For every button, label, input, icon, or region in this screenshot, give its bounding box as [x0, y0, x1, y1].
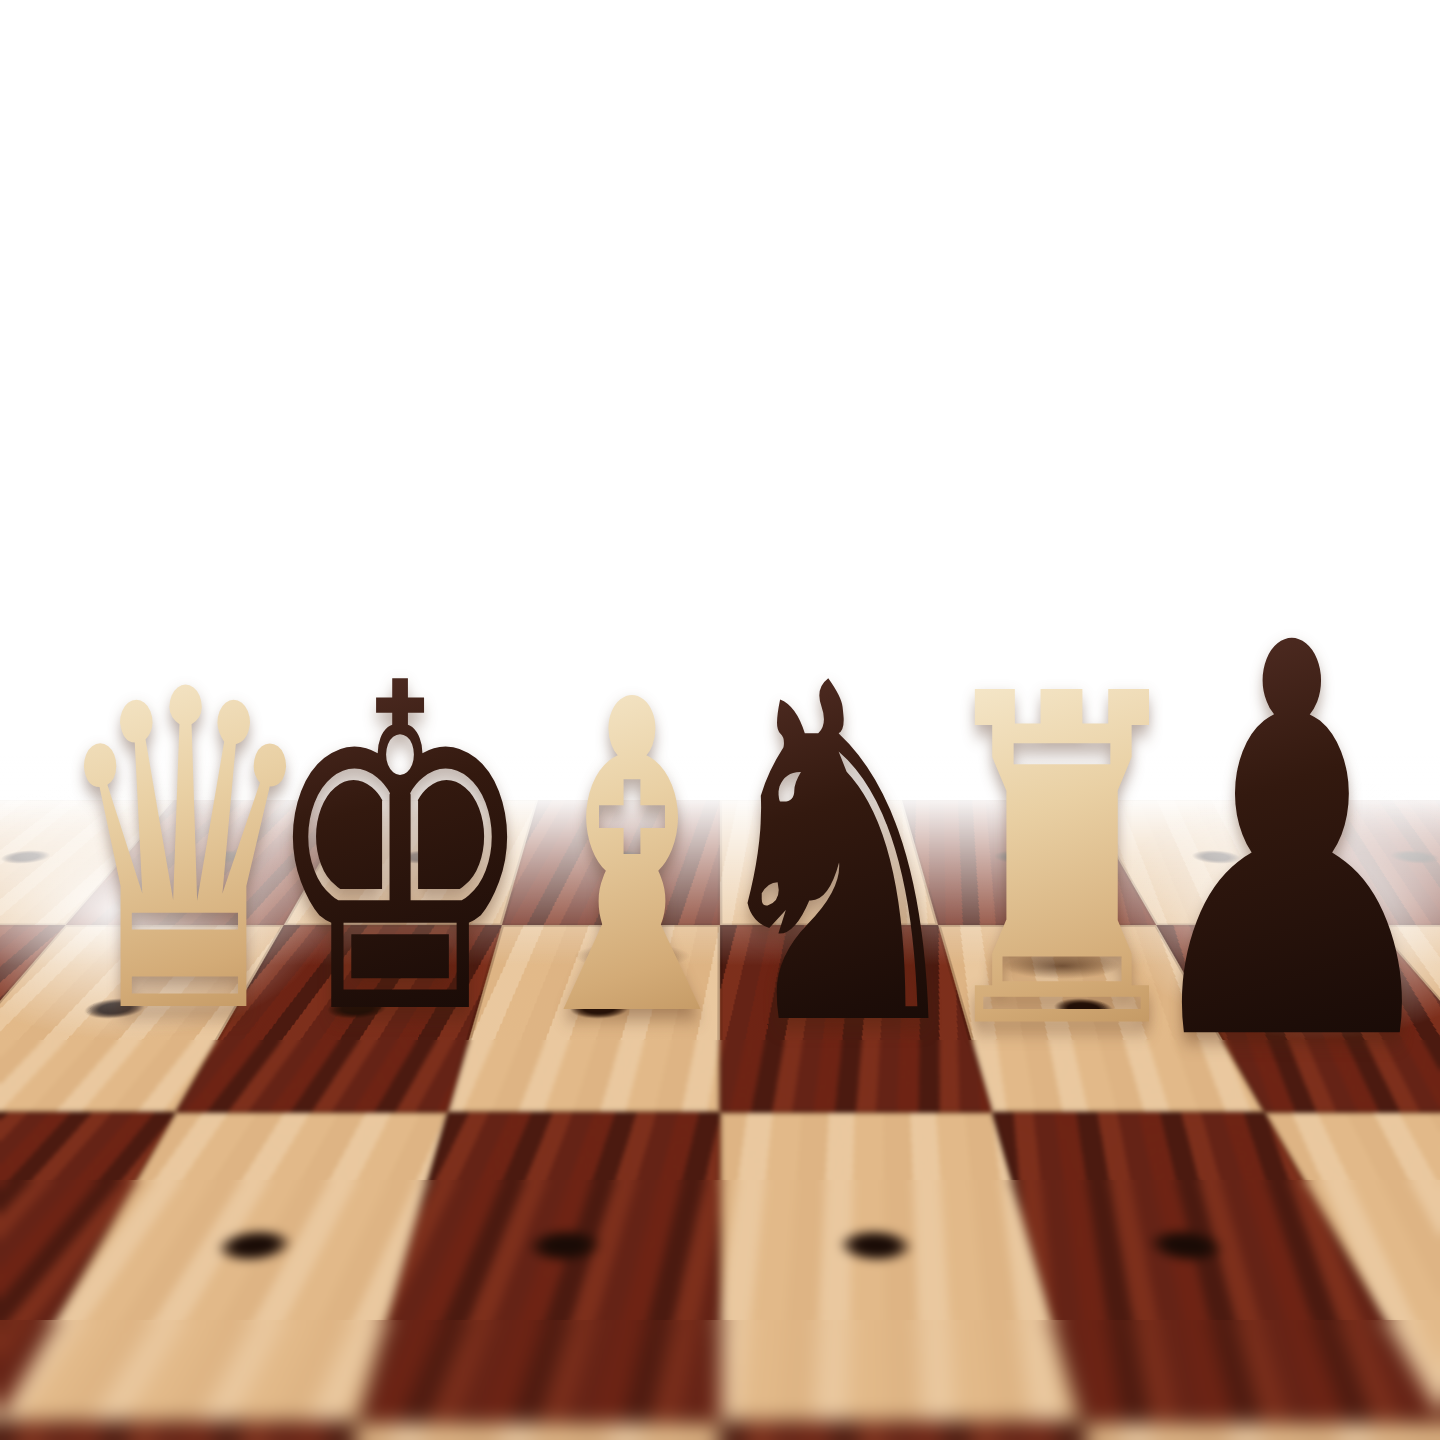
board-square: [1082, 1423, 1440, 1440]
peg-hole: [524, 1229, 603, 1262]
peg-hole: [209, 1229, 298, 1262]
piece-black-king: ♚: [263, 626, 537, 1076]
photo-scene: ♛ ♚ ♝ ♞ ♜ ♟: [0, 0, 1440, 1440]
board-square: [0, 1423, 358, 1440]
peg-hole: [1142, 1229, 1231, 1262]
peg-hole: [0, 850, 56, 864]
piece-black-pawn: ♟: [1127, 575, 1440, 1115]
peg-hole: [836, 1229, 915, 1262]
